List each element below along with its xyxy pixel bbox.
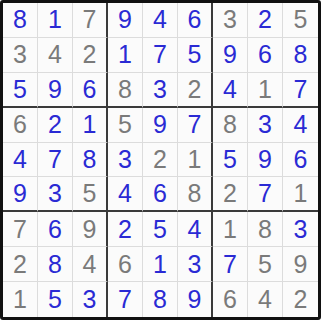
sudoku-board: 8179463253421759685968324176215978344783…	[0, 0, 321, 320]
cell-r8c3[interactable]: 4	[73, 247, 108, 282]
filled-digit: 6	[83, 77, 97, 102]
cell-r3c5[interactable]: 3	[143, 73, 178, 108]
filled-digit: 3	[258, 112, 272, 137]
filled-digit: 5	[48, 287, 62, 312]
cell-r9c4[interactable]: 7	[108, 282, 143, 317]
cell-r9c8[interactable]: 4	[248, 282, 283, 317]
cell-r8c8[interactable]: 5	[248, 247, 283, 282]
cell-r6c9[interactable]: 1	[283, 177, 318, 212]
cell-r1c9[interactable]: 5	[283, 3, 318, 38]
cell-r1c3[interactable]: 7	[73, 3, 108, 38]
cell-r8c6[interactable]: 3	[178, 247, 213, 282]
given-digit: 7	[83, 7, 97, 32]
given-digit: 1	[223, 217, 237, 242]
given-digit: 1	[13, 287, 27, 312]
cell-r3c4[interactable]: 8	[108, 73, 143, 108]
cell-r1c2[interactable]: 1	[38, 3, 73, 38]
cell-r5c3[interactable]: 8	[73, 143, 108, 178]
cell-r3c7[interactable]: 4	[213, 73, 248, 108]
cell-r2c5[interactable]: 7	[143, 38, 178, 73]
filled-digit: 8	[153, 287, 167, 312]
given-digit: 9	[294, 252, 308, 277]
filled-digit: 9	[153, 112, 167, 137]
filled-digit: 7	[48, 147, 62, 172]
cell-r5c8[interactable]: 9	[248, 143, 283, 178]
given-digit: 5	[258, 252, 272, 277]
filled-digit: 7	[153, 42, 167, 67]
filled-digit: 6	[258, 42, 272, 67]
filled-digit: 3	[153, 77, 167, 102]
cell-r2c8[interactable]: 6	[248, 38, 283, 73]
given-digit: 5	[118, 112, 132, 137]
filled-digit: 1	[83, 112, 97, 137]
cell-r3c8[interactable]: 1	[248, 73, 283, 108]
cell-r2c6[interactable]: 5	[178, 38, 213, 73]
given-digit: 6	[13, 112, 27, 137]
cell-r4c3[interactable]: 1	[73, 108, 108, 143]
cell-r4c5[interactable]: 9	[143, 108, 178, 143]
filled-digit: 4	[118, 181, 132, 206]
cell-r6c7[interactable]: 2	[213, 177, 248, 212]
filled-digit: 1	[48, 7, 62, 32]
cell-r7c2[interactable]: 6	[38, 212, 73, 247]
given-digit: 8	[223, 112, 237, 137]
filled-digit: 3	[118, 147, 132, 172]
cell-r7c3[interactable]: 9	[73, 212, 108, 247]
filled-digit: 9	[13, 181, 27, 206]
filled-digit: 3	[294, 217, 308, 242]
cell-r5c2[interactable]: 7	[38, 143, 73, 178]
filled-digit: 6	[188, 7, 202, 32]
cell-r2c1[interactable]: 3	[3, 38, 38, 73]
cell-r6c4[interactable]: 4	[108, 177, 143, 212]
given-digit: 2	[223, 181, 237, 206]
cell-r2c4[interactable]: 1	[108, 38, 143, 73]
given-digit: 2	[13, 252, 27, 277]
cell-r5c7[interactable]: 5	[213, 143, 248, 178]
cell-r7c4[interactable]: 2	[108, 212, 143, 247]
cell-r2c3[interactable]: 2	[73, 38, 108, 73]
cell-r3c3[interactable]: 6	[73, 73, 108, 108]
cell-r5c6[interactable]: 1	[178, 143, 213, 178]
cell-r3c2[interactable]: 9	[38, 73, 73, 108]
filled-digit: 5	[188, 42, 202, 67]
cell-r8c4[interactable]: 6	[108, 247, 143, 282]
filled-digit: 7	[294, 77, 308, 102]
filled-digit: 4	[13, 147, 27, 172]
cell-r8c7[interactable]: 7	[213, 247, 248, 282]
cell-r5c5[interactable]: 2	[143, 143, 178, 178]
cell-r9c2[interactable]: 5	[38, 282, 73, 317]
given-digit: 7	[13, 217, 27, 242]
filled-digit: 8	[294, 42, 308, 67]
given-digit: 5	[83, 181, 97, 206]
filled-digit: 2	[118, 217, 132, 242]
filled-digit: 9	[48, 77, 62, 102]
cell-r2c7[interactable]: 9	[213, 38, 248, 73]
given-digit: 5	[294, 7, 308, 32]
cell-r4c9[interactable]: 4	[283, 108, 318, 143]
cell-r6c8[interactable]: 7	[248, 177, 283, 212]
cell-r7c1[interactable]: 7	[3, 212, 38, 247]
filled-digit: 8	[83, 147, 97, 172]
given-digit: 2	[294, 287, 308, 312]
cell-r9c1[interactable]: 1	[3, 282, 38, 317]
cell-r8c9[interactable]: 9	[283, 247, 318, 282]
given-digit: 3	[13, 42, 27, 67]
given-digit: 1	[294, 181, 308, 206]
filled-digit: 9	[223, 42, 237, 67]
given-digit: 8	[118, 77, 132, 102]
filled-digit: 4	[188, 217, 202, 242]
cell-r5c1[interactable]: 4	[3, 143, 38, 178]
filled-digit: 2	[48, 112, 62, 137]
filled-digit: 2	[258, 7, 272, 32]
cell-r6c5[interactable]: 6	[143, 177, 178, 212]
filled-digit: 5	[13, 77, 27, 102]
cell-r1c8[interactable]: 2	[248, 3, 283, 38]
cell-r1c4[interactable]: 9	[108, 3, 143, 38]
cell-r4c4[interactable]: 5	[108, 108, 143, 143]
given-digit: 2	[153, 147, 167, 172]
filled-digit: 1	[153, 252, 167, 277]
filled-digit: 7	[188, 112, 202, 137]
given-digit: 4	[258, 287, 272, 312]
cell-r7c8[interactable]: 8	[248, 212, 283, 247]
cell-r6c3[interactable]: 5	[73, 177, 108, 212]
cell-r1c1[interactable]: 8	[3, 3, 38, 38]
cell-r2c9[interactable]: 8	[283, 38, 318, 73]
filled-digit: 9	[188, 287, 202, 312]
cell-r1c5[interactable]: 4	[143, 3, 178, 38]
filled-digit: 5	[153, 217, 167, 242]
filled-digit: 9	[118, 7, 132, 32]
cell-r4c1[interactable]: 6	[3, 108, 38, 143]
cell-r3c6[interactable]: 2	[178, 73, 213, 108]
cell-r8c1[interactable]: 2	[3, 247, 38, 282]
given-digit: 2	[188, 77, 202, 102]
cell-r4c2[interactable]: 2	[38, 108, 73, 143]
given-digit: 4	[48, 42, 62, 67]
cell-r8c2[interactable]: 8	[38, 247, 73, 282]
cell-r9c9[interactable]: 2	[283, 282, 318, 317]
filled-digit: 6	[294, 147, 308, 172]
cell-r9c3[interactable]: 3	[73, 282, 108, 317]
filled-digit: 8	[13, 7, 27, 32]
cell-r4c8[interactable]: 3	[248, 108, 283, 143]
filled-digit: 7	[118, 287, 132, 312]
filled-digit: 5	[223, 147, 237, 172]
given-digit: 8	[188, 181, 202, 206]
cell-r8c5[interactable]: 1	[143, 247, 178, 282]
cell-r6c2[interactable]: 3	[38, 177, 73, 212]
cell-r5c9[interactable]: 6	[283, 143, 318, 178]
filled-digit: 6	[153, 181, 167, 206]
cell-r7c5[interactable]: 5	[143, 212, 178, 247]
given-digit: 1	[258, 77, 272, 102]
filled-digit: 7	[223, 252, 237, 277]
filled-digit: 4	[223, 77, 237, 102]
cell-r7c7[interactable]: 1	[213, 212, 248, 247]
cell-r4c7[interactable]: 8	[213, 108, 248, 143]
given-digit: 6	[118, 252, 132, 277]
filled-digit: 4	[153, 7, 167, 32]
cell-r3c9[interactable]: 7	[283, 73, 318, 108]
filled-digit: 1	[118, 42, 132, 67]
filled-digit: 4	[294, 112, 308, 137]
cell-r2c2[interactable]: 4	[38, 38, 73, 73]
filled-digit: 8	[48, 252, 62, 277]
filled-digit: 3	[188, 252, 202, 277]
cell-r3c1[interactable]: 5	[3, 73, 38, 108]
filled-digit: 9	[258, 147, 272, 172]
filled-digit: 6	[48, 217, 62, 242]
cell-r9c6[interactable]: 9	[178, 282, 213, 317]
given-digit: 9	[83, 217, 97, 242]
cell-r7c6[interactable]: 4	[178, 212, 213, 247]
filled-digit: 3	[48, 181, 62, 206]
given-digit: 3	[223, 7, 237, 32]
cell-r7c9[interactable]: 3	[283, 212, 318, 247]
cell-r9c5[interactable]: 8	[143, 282, 178, 317]
cell-r6c6[interactable]: 8	[178, 177, 213, 212]
given-digit: 6	[223, 287, 237, 312]
filled-digit: 7	[258, 181, 272, 206]
given-digit: 1	[188, 147, 202, 172]
given-digit: 8	[258, 217, 272, 242]
given-digit: 4	[83, 252, 97, 277]
filled-digit: 3	[83, 287, 97, 312]
cell-r6c1[interactable]: 9	[3, 177, 38, 212]
cell-r1c6[interactable]: 6	[178, 3, 213, 38]
cell-r9c7[interactable]: 6	[213, 282, 248, 317]
cell-r4c6[interactable]: 7	[178, 108, 213, 143]
given-digit: 2	[83, 42, 97, 67]
cell-r5c4[interactable]: 3	[108, 143, 143, 178]
cell-r1c7[interactable]: 3	[213, 3, 248, 38]
